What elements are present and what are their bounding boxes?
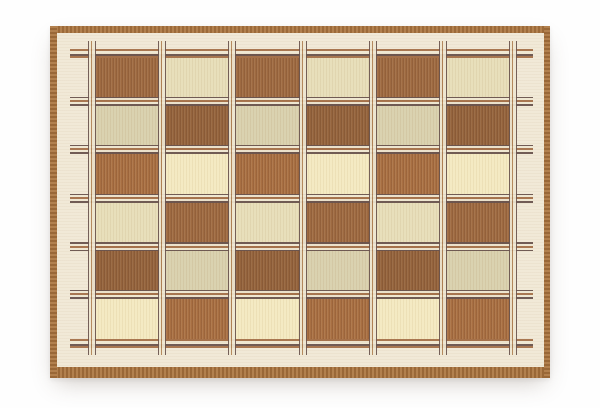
board-square [92,150,162,198]
board-square [92,53,162,101]
board-square [373,198,443,246]
board-square [162,150,232,198]
board-square [443,295,513,343]
board-square [443,150,513,198]
board-square [92,295,162,343]
board-square [92,246,162,294]
board-square [232,198,302,246]
rug [50,26,550,378]
board-square [232,150,302,198]
board-square [162,53,232,101]
board-square [373,53,443,101]
rug-fringe-left [29,38,50,368]
board-square [162,198,232,246]
board-square [443,53,513,101]
checkerboard [92,53,513,343]
board-square [443,246,513,294]
rug-hem-bottom [50,367,550,378]
photo-stage [0,0,600,408]
board-square [302,295,372,343]
board-square [232,246,302,294]
board-square [302,150,372,198]
board-square [162,101,232,149]
board-square [302,246,372,294]
board-square [302,198,372,246]
board-square [162,295,232,343]
board-square [232,295,302,343]
board-square [302,53,372,101]
board-square [443,101,513,149]
board-square [373,295,443,343]
board-square [92,198,162,246]
board-square [232,101,302,149]
board-square [302,101,372,149]
board-square [232,53,302,101]
board-square [443,198,513,246]
rug-hem-left [50,26,57,378]
rug-hem-right [544,26,550,378]
board-square [162,246,232,294]
board-square [92,101,162,149]
board-square [373,246,443,294]
rug-hem-top [50,26,550,33]
board-square [373,150,443,198]
rug-fringe-right [550,30,571,366]
board-square [373,101,443,149]
